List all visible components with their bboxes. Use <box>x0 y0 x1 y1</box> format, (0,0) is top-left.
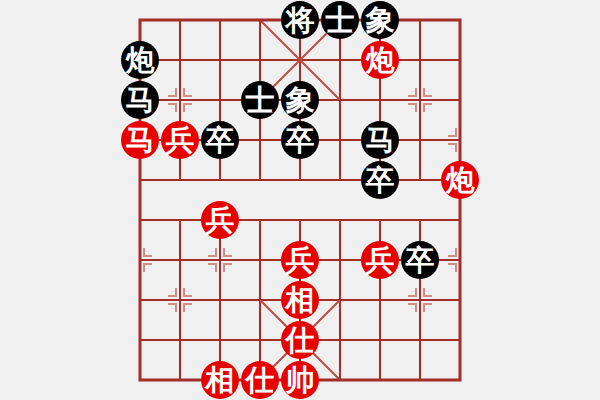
piece-glyph: 士 <box>241 81 279 119</box>
piece-red-相[interactable]: 相 <box>280 280 320 320</box>
piece-black-卒[interactable]: 卒 <box>200 120 240 160</box>
piece-red-兵[interactable]: 兵 <box>280 240 320 280</box>
xiangqi-board: 将士象炮炮马士象马兵卒卒马卒炮兵兵兵卒相仕相仕帅 <box>0 0 600 400</box>
piece-red-兵[interactable]: 兵 <box>200 200 240 240</box>
piece-glyph: 炮 <box>441 161 479 199</box>
piece-glyph: 炮 <box>121 41 159 79</box>
piece-glyph: 马 <box>121 121 159 159</box>
piece-glyph: 相 <box>281 281 319 319</box>
piece-glyph: 象 <box>361 1 399 39</box>
piece-glyph: 兵 <box>361 241 399 279</box>
piece-red-仕[interactable]: 仕 <box>280 320 320 360</box>
piece-glyph: 兵 <box>201 201 239 239</box>
piece-glyph: 象 <box>281 81 319 119</box>
piece-black-士[interactable]: 士 <box>320 0 360 40</box>
piece-black-卒[interactable]: 卒 <box>360 160 400 200</box>
piece-glyph: 帅 <box>281 361 319 399</box>
piece-black-马[interactable]: 马 <box>360 120 400 160</box>
piece-red-马[interactable]: 马 <box>120 120 160 160</box>
piece-glyph: 卒 <box>361 161 399 199</box>
piece-glyph: 仕 <box>281 321 319 359</box>
piece-glyph: 卒 <box>401 241 439 279</box>
piece-black-卒[interactable]: 卒 <box>280 120 320 160</box>
piece-glyph: 士 <box>321 1 359 39</box>
piece-red-兵[interactable]: 兵 <box>360 240 400 280</box>
piece-glyph: 将 <box>281 1 319 39</box>
piece-red-仕[interactable]: 仕 <box>240 360 280 400</box>
piece-red-帅[interactable]: 帅 <box>280 360 320 400</box>
piece-black-炮[interactable]: 炮 <box>120 40 160 80</box>
piece-red-相[interactable]: 相 <box>200 360 240 400</box>
piece-black-马[interactable]: 马 <box>120 80 160 120</box>
piece-red-炮[interactable]: 炮 <box>440 160 480 200</box>
piece-glyph: 马 <box>361 121 399 159</box>
piece-black-象[interactable]: 象 <box>360 0 400 40</box>
piece-grid: 将士象炮炮马士象马兵卒卒马卒炮兵兵兵卒相仕相仕帅 <box>120 0 480 400</box>
piece-glyph: 马 <box>121 81 159 119</box>
piece-red-兵[interactable]: 兵 <box>160 120 200 160</box>
piece-red-炮[interactable]: 炮 <box>360 40 400 80</box>
piece-black-士[interactable]: 士 <box>240 80 280 120</box>
piece-glyph: 炮 <box>361 41 399 79</box>
piece-glyph: 卒 <box>201 121 239 159</box>
piece-black-象[interactable]: 象 <box>280 80 320 120</box>
piece-glyph: 卒 <box>281 121 319 159</box>
piece-glyph: 兵 <box>161 121 199 159</box>
piece-glyph: 仕 <box>241 361 279 399</box>
piece-glyph: 兵 <box>281 241 319 279</box>
piece-glyph: 相 <box>201 361 239 399</box>
piece-black-卒[interactable]: 卒 <box>400 240 440 280</box>
piece-black-将[interactable]: 将 <box>280 0 320 40</box>
